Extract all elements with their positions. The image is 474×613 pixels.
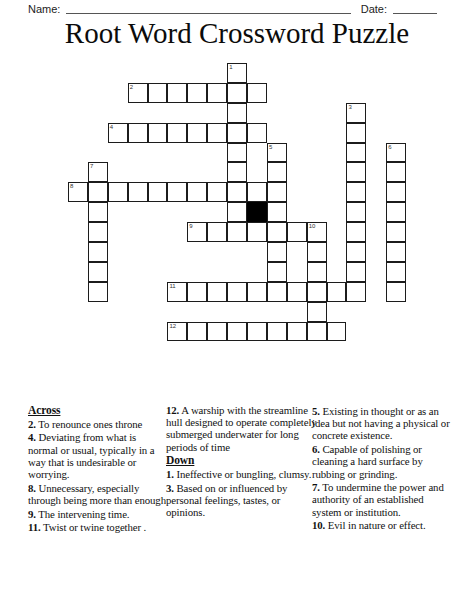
cell-r1c10 bbox=[267, 83, 287, 103]
cell-r8c14[interactable] bbox=[346, 222, 366, 242]
cell-r8c6[interactable]: 9 bbox=[187, 222, 207, 242]
cell-r9c15 bbox=[366, 242, 386, 262]
cell-r7c13 bbox=[327, 202, 347, 222]
clue-across-11: 11. Twist or twine together . bbox=[28, 521, 166, 533]
date-blank-field[interactable] bbox=[393, 2, 437, 14]
cell-r8c9[interactable] bbox=[247, 222, 267, 242]
clue-number-label: 7. bbox=[312, 481, 320, 493]
cell-r13c1 bbox=[88, 322, 108, 342]
black-cell-r7c9 bbox=[247, 202, 267, 222]
cell-r10c5 bbox=[167, 262, 187, 282]
cell-r1c13 bbox=[327, 83, 347, 103]
clue-number-1: 1 bbox=[229, 64, 232, 71]
cell-r0c9 bbox=[247, 63, 267, 83]
cell-r6c3[interactable] bbox=[128, 182, 148, 202]
cell-r3c9[interactable] bbox=[247, 123, 267, 143]
cell-r2c0 bbox=[68, 103, 88, 123]
cell-r12c10 bbox=[267, 302, 287, 322]
cell-r8c0 bbox=[68, 222, 88, 242]
cell-r4c7 bbox=[207, 143, 227, 163]
cell-r3c11 bbox=[287, 123, 307, 143]
cell-r8c10[interactable] bbox=[267, 222, 287, 242]
cell-r4c6 bbox=[187, 143, 207, 163]
cell-r3c10 bbox=[267, 123, 287, 143]
cell-r11c4 bbox=[148, 282, 168, 302]
cell-r5c10[interactable] bbox=[267, 162, 287, 182]
cell-r3c3[interactable] bbox=[128, 123, 148, 143]
cell-r9c12[interactable] bbox=[307, 242, 327, 262]
cell-r13c6[interactable] bbox=[187, 322, 207, 342]
cell-r11c7[interactable] bbox=[207, 282, 227, 302]
cell-r1c3[interactable]: 2 bbox=[128, 83, 148, 103]
cell-r7c5 bbox=[167, 202, 187, 222]
cell-r11c2 bbox=[108, 282, 128, 302]
cell-r7c3 bbox=[128, 202, 148, 222]
cell-r3c12 bbox=[307, 123, 327, 143]
cell-r2c8[interactable] bbox=[227, 103, 247, 123]
cell-r12c15 bbox=[366, 302, 386, 322]
cell-r10c14[interactable] bbox=[346, 262, 366, 282]
cell-r11c10[interactable] bbox=[267, 282, 287, 302]
cell-r3c1 bbox=[88, 123, 108, 143]
cell-r0c16 bbox=[386, 63, 406, 83]
cell-r9c9 bbox=[247, 242, 267, 262]
cell-r2c1 bbox=[88, 103, 108, 123]
cell-r4c10[interactable]: 5 bbox=[267, 143, 287, 163]
cell-r13c15 bbox=[366, 322, 386, 342]
cell-r0c3 bbox=[128, 63, 148, 83]
cell-r11c16[interactable] bbox=[386, 282, 406, 302]
cell-r9c11 bbox=[287, 242, 307, 262]
cell-r7c15 bbox=[366, 202, 386, 222]
clue-number-label: 9. bbox=[28, 508, 36, 520]
cell-r5c13 bbox=[327, 162, 347, 182]
cell-r5c4 bbox=[148, 162, 168, 182]
cell-r11c5[interactable]: 11 bbox=[167, 282, 187, 302]
clue-number-label: 10. bbox=[312, 519, 325, 531]
cell-r9c16[interactable] bbox=[386, 242, 406, 262]
cell-r13c5[interactable]: 12 bbox=[167, 322, 187, 342]
clue-across-2: 2. To renounce ones throne bbox=[28, 418, 166, 430]
cell-r0c0 bbox=[68, 63, 88, 83]
cell-r0c11 bbox=[287, 63, 307, 83]
cell-r1c15 bbox=[366, 83, 386, 103]
cell-r4c4 bbox=[148, 143, 168, 163]
cell-r10c12[interactable] bbox=[307, 262, 327, 282]
cell-r8c4 bbox=[148, 222, 168, 242]
cell-r3c2[interactable]: 4 bbox=[108, 123, 128, 143]
cell-r0c13 bbox=[327, 63, 347, 83]
cell-r13c16 bbox=[386, 322, 406, 342]
cell-r4c9 bbox=[247, 143, 267, 163]
cell-r8c8[interactable] bbox=[227, 222, 247, 242]
cell-r10c6 bbox=[187, 262, 207, 282]
cell-r2c5 bbox=[167, 103, 187, 123]
cell-r10c1[interactable] bbox=[88, 262, 108, 282]
cell-r3c15 bbox=[366, 123, 386, 143]
cell-r10c3 bbox=[128, 262, 148, 282]
cell-r1c6[interactable] bbox=[187, 83, 207, 103]
clue-number-label: 11. bbox=[28, 521, 41, 533]
clue-across-12: 12. A warship with the streamline hull d… bbox=[166, 404, 318, 453]
cell-r6c11 bbox=[287, 182, 307, 202]
cell-r10c0 bbox=[68, 262, 88, 282]
cell-r8c15 bbox=[366, 222, 386, 242]
cell-r5c2 bbox=[108, 162, 128, 182]
cell-r1c1 bbox=[88, 83, 108, 103]
cell-r7c16[interactable] bbox=[386, 202, 406, 222]
cell-r7c2 bbox=[108, 202, 128, 222]
cell-r4c1 bbox=[88, 143, 108, 163]
cell-r3c6[interactable] bbox=[187, 123, 207, 143]
cell-r6c10[interactable] bbox=[267, 182, 287, 202]
cell-r6c12 bbox=[307, 182, 327, 202]
cell-r8c5 bbox=[167, 222, 187, 242]
cell-r5c16[interactable] bbox=[386, 162, 406, 182]
cell-r8c2 bbox=[108, 222, 128, 242]
cell-r5c11 bbox=[287, 162, 307, 182]
cell-r8c7[interactable] bbox=[207, 222, 227, 242]
clue-down-7: 7. To undermine the power and authority … bbox=[312, 481, 454, 518]
cell-r10c7 bbox=[207, 262, 227, 282]
cell-r2c2 bbox=[108, 103, 128, 123]
cell-r1c12 bbox=[307, 83, 327, 103]
cell-r6c16[interactable] bbox=[386, 182, 406, 202]
clues-column-middle: 12. A warship with the streamline hull d… bbox=[166, 404, 318, 520]
cell-r4c3 bbox=[128, 143, 148, 163]
cell-r5c0 bbox=[68, 162, 88, 182]
cell-r1c11 bbox=[287, 83, 307, 103]
cell-r5c9 bbox=[247, 162, 267, 182]
clue-number-label: 3. bbox=[166, 482, 174, 494]
clue-across-8: 8. Unnecessary, especially through being… bbox=[28, 482, 166, 506]
cell-r0c4 bbox=[148, 63, 168, 83]
cell-r10c11 bbox=[287, 262, 307, 282]
clue-number-label: 4. bbox=[28, 431, 36, 443]
cell-r7c10[interactable] bbox=[267, 202, 287, 222]
cell-r6c0[interactable]: 8 bbox=[68, 182, 88, 202]
cell-r2c6 bbox=[187, 103, 207, 123]
cell-r12c11 bbox=[287, 302, 307, 322]
clue-across-4: 4. Deviating from what is normal or usua… bbox=[28, 431, 166, 480]
cell-r2c3 bbox=[128, 103, 148, 123]
cell-r2c4 bbox=[148, 103, 168, 123]
cell-r12c16 bbox=[386, 302, 406, 322]
cell-r1c0 bbox=[68, 83, 88, 103]
cell-r12c0 bbox=[68, 302, 88, 322]
cell-r6c5[interactable] bbox=[167, 182, 187, 202]
clue-number-11: 11 bbox=[169, 283, 175, 290]
cell-r1c4[interactable] bbox=[148, 83, 168, 103]
cell-r7c14[interactable] bbox=[346, 202, 366, 222]
cell-r3c14[interactable] bbox=[346, 123, 366, 143]
cell-r13c8[interactable] bbox=[227, 322, 247, 342]
cell-r5c5 bbox=[167, 162, 187, 182]
cell-r0c10 bbox=[267, 63, 287, 83]
cell-r4c0 bbox=[68, 143, 88, 163]
cell-r13c12[interactable] bbox=[307, 322, 327, 342]
clues-column-right: 5. Existing in thought or as an idea but… bbox=[312, 405, 454, 533]
cell-r12c8 bbox=[227, 302, 247, 322]
cell-r13c2 bbox=[108, 322, 128, 342]
cell-r12c3 bbox=[128, 302, 148, 322]
cell-r11c12[interactable] bbox=[307, 282, 327, 302]
cell-r4c5 bbox=[167, 143, 187, 163]
cell-r4c15 bbox=[366, 143, 386, 163]
clues-column-left: Across 2. To renounce ones throne4. Devi… bbox=[28, 404, 166, 535]
cell-r7c11 bbox=[287, 202, 307, 222]
cell-r2c7 bbox=[207, 103, 227, 123]
cell-r9c8 bbox=[227, 242, 247, 262]
name-date-row: Name: Date: bbox=[28, 2, 437, 15]
cell-r6c2[interactable] bbox=[108, 182, 128, 202]
clue-number-2: 2 bbox=[130, 84, 133, 91]
clue-number-label: 6. bbox=[312, 443, 320, 455]
cell-r6c6[interactable] bbox=[187, 182, 207, 202]
cell-r8c12[interactable]: 10 bbox=[307, 222, 327, 242]
cell-r9c2 bbox=[108, 242, 128, 262]
cell-r1c16 bbox=[386, 83, 406, 103]
cell-r4c2 bbox=[108, 143, 128, 163]
cell-r10c9 bbox=[247, 262, 267, 282]
cell-r5c7 bbox=[207, 162, 227, 182]
cell-r7c8[interactable] bbox=[227, 202, 247, 222]
cell-r12c9 bbox=[247, 302, 267, 322]
cell-r4c13 bbox=[327, 143, 347, 163]
cell-r5c3 bbox=[128, 162, 148, 182]
cell-r11c6[interactable] bbox=[187, 282, 207, 302]
cell-r6c9[interactable] bbox=[247, 182, 267, 202]
cell-r10c8 bbox=[227, 262, 247, 282]
cell-r5c15 bbox=[366, 162, 386, 182]
cell-r3c16 bbox=[386, 123, 406, 143]
cell-r11c11[interactable] bbox=[287, 282, 307, 302]
cell-r13c7[interactable] bbox=[207, 322, 227, 342]
cell-r2c15 bbox=[366, 103, 386, 123]
cell-r9c10[interactable] bbox=[267, 242, 287, 262]
cell-r9c5 bbox=[167, 242, 187, 262]
cell-r3c4[interactable] bbox=[148, 123, 168, 143]
cell-r0c14 bbox=[346, 63, 366, 83]
cell-r4c8[interactable] bbox=[227, 143, 247, 163]
cell-r6c1[interactable] bbox=[88, 182, 108, 202]
cell-r9c14[interactable] bbox=[346, 242, 366, 262]
cell-r11c14[interactable] bbox=[346, 282, 366, 302]
cell-r0c1 bbox=[88, 63, 108, 83]
cell-r12c14 bbox=[346, 302, 366, 322]
cell-r1c5[interactable] bbox=[167, 83, 187, 103]
cell-r13c3 bbox=[128, 322, 148, 342]
cell-r13c10[interactable] bbox=[267, 322, 287, 342]
cell-r8c1[interactable] bbox=[88, 222, 108, 242]
cell-r0c7 bbox=[207, 63, 227, 83]
cell-r13c14 bbox=[346, 322, 366, 342]
cell-r11c13[interactable] bbox=[327, 282, 347, 302]
cell-r9c6 bbox=[187, 242, 207, 262]
cell-r1c14 bbox=[346, 83, 366, 103]
name-label: Name: bbox=[28, 3, 60, 15]
clue-number-12: 12 bbox=[169, 323, 176, 330]
clue-number-label: 2. bbox=[28, 418, 36, 430]
cell-r7c6 bbox=[187, 202, 207, 222]
cell-r6c7[interactable] bbox=[207, 182, 227, 202]
cell-r0c12 bbox=[307, 63, 327, 83]
cell-r0c5 bbox=[167, 63, 187, 83]
cell-r13c13[interactable] bbox=[327, 322, 347, 342]
cell-r9c4 bbox=[148, 242, 168, 262]
cell-r2c13 bbox=[327, 103, 347, 123]
clue-number-10: 10 bbox=[309, 223, 316, 230]
crossword-grid: 123456789101112 bbox=[68, 63, 406, 341]
cell-r6c8[interactable] bbox=[227, 182, 247, 202]
cell-r1c8[interactable] bbox=[227, 83, 247, 103]
cell-r12c7 bbox=[207, 302, 227, 322]
cell-r9c0 bbox=[68, 242, 88, 262]
cell-r9c3 bbox=[128, 242, 148, 262]
clue-down-5: 5. Existing in thought or as an idea but… bbox=[312, 405, 454, 442]
name-blank-field[interactable] bbox=[66, 2, 350, 14]
cell-r8c13 bbox=[327, 222, 347, 242]
cell-r3c5[interactable] bbox=[167, 123, 187, 143]
cell-r11c15 bbox=[366, 282, 386, 302]
cell-r11c3 bbox=[128, 282, 148, 302]
cell-r12c2 bbox=[108, 302, 128, 322]
clue-number-9: 9 bbox=[189, 223, 192, 230]
cell-r12c6 bbox=[187, 302, 207, 322]
cell-r6c13 bbox=[327, 182, 347, 202]
cell-r13c9[interactable] bbox=[247, 322, 267, 342]
worksheet-page: Name: Date: Root Word Crossword Puzzle 1… bbox=[0, 0, 474, 613]
clue-down-1: 1. Ineffective or bungling, clumsy. bbox=[166, 468, 318, 480]
cell-r1c2 bbox=[108, 83, 128, 103]
cell-r10c13 bbox=[327, 262, 347, 282]
cell-r7c12 bbox=[307, 202, 327, 222]
cell-r0c8[interactable]: 1 bbox=[227, 63, 247, 83]
cell-r5c12 bbox=[307, 162, 327, 182]
cell-r2c10 bbox=[267, 103, 287, 123]
cell-r12c5 bbox=[167, 302, 187, 322]
cell-r5c14[interactable] bbox=[346, 162, 366, 182]
cell-r11c1[interactable] bbox=[88, 282, 108, 302]
clue-number-7: 7 bbox=[90, 163, 93, 170]
date-label: Date: bbox=[361, 3, 387, 15]
cell-r10c10[interactable] bbox=[267, 262, 287, 282]
cell-r8c11[interactable] bbox=[287, 222, 307, 242]
cell-r7c4 bbox=[148, 202, 168, 222]
cell-r11c8[interactable] bbox=[227, 282, 247, 302]
cell-r7c0 bbox=[68, 202, 88, 222]
clue-number-6: 6 bbox=[388, 144, 391, 151]
cell-r6c14[interactable] bbox=[346, 182, 366, 202]
cell-r9c7 bbox=[207, 242, 227, 262]
down-header: Down bbox=[166, 454, 318, 466]
cell-r0c6 bbox=[187, 63, 207, 83]
cell-r5c6 bbox=[187, 162, 207, 182]
cell-r13c4 bbox=[148, 322, 168, 342]
cell-r7c7 bbox=[207, 202, 227, 222]
clue-number-label: 1. bbox=[166, 468, 174, 480]
cell-r12c13 bbox=[327, 302, 347, 322]
cell-r5c1[interactable]: 7 bbox=[88, 162, 108, 182]
cell-r13c11[interactable] bbox=[287, 322, 307, 342]
cell-r12c1 bbox=[88, 302, 108, 322]
clue-number-5: 5 bbox=[269, 144, 272, 151]
clue-down-6: 6. Capable of polishing or cleaning a ha… bbox=[312, 443, 454, 480]
cell-r10c16[interactable] bbox=[386, 262, 406, 282]
clue-number-label: 5. bbox=[312, 405, 320, 417]
cell-r4c14[interactable] bbox=[346, 143, 366, 163]
cell-r0c15 bbox=[366, 63, 386, 83]
cell-r2c12 bbox=[307, 103, 327, 123]
cell-r2c9 bbox=[247, 103, 267, 123]
cell-r2c14[interactable]: 3 bbox=[346, 103, 366, 123]
clue-across-9: 9. The intervening time. bbox=[28, 508, 166, 520]
cell-r2c11 bbox=[287, 103, 307, 123]
page-title: Root Word Crossword Puzzle bbox=[0, 16, 474, 50]
cell-r11c9[interactable] bbox=[247, 282, 267, 302]
across-header: Across bbox=[28, 404, 166, 416]
cell-r10c15 bbox=[366, 262, 386, 282]
cell-r0c2 bbox=[108, 63, 128, 83]
cell-r13c0 bbox=[68, 322, 88, 342]
cell-r4c11 bbox=[287, 143, 307, 163]
clue-number-8: 8 bbox=[70, 183, 73, 190]
cell-r10c4 bbox=[148, 262, 168, 282]
cell-r3c13 bbox=[327, 123, 347, 143]
cell-r12c4 bbox=[148, 302, 168, 322]
cell-r12c12[interactable] bbox=[307, 302, 327, 322]
clue-number-label: 12. bbox=[166, 404, 179, 416]
cell-r6c15 bbox=[366, 182, 386, 202]
cell-r1c9[interactable] bbox=[247, 83, 267, 103]
clue-number-3: 3 bbox=[348, 104, 351, 111]
cell-r1c7[interactable] bbox=[207, 83, 227, 103]
cell-r3c0 bbox=[68, 123, 88, 143]
clue-number-label: 8. bbox=[28, 482, 36, 494]
cell-r8c16[interactable] bbox=[386, 222, 406, 242]
cell-r3c8[interactable] bbox=[227, 123, 247, 143]
clue-down-10: 10. Evil in nature or effect. bbox=[312, 519, 454, 531]
cell-r6c4[interactable] bbox=[148, 182, 168, 202]
cell-r7c1[interactable] bbox=[88, 202, 108, 222]
cell-r11c0 bbox=[68, 282, 88, 302]
cell-r9c1[interactable] bbox=[88, 242, 108, 262]
cell-r5c8[interactable] bbox=[227, 162, 247, 182]
cell-r8c3 bbox=[128, 222, 148, 242]
cell-r9c13 bbox=[327, 242, 347, 262]
cell-r3c7[interactable] bbox=[207, 123, 227, 143]
cell-r4c16[interactable]: 6 bbox=[386, 143, 406, 163]
clue-number-4: 4 bbox=[110, 124, 113, 131]
cell-r4c12 bbox=[307, 143, 327, 163]
cell-r10c2 bbox=[108, 262, 128, 282]
clue-down-3: 3. Based on or influenced by personal fe… bbox=[166, 482, 318, 519]
cell-r2c16 bbox=[386, 103, 406, 123]
